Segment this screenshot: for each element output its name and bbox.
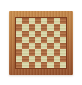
square-h1[interactable]: [60, 62, 66, 68]
photo-background: [0, 0, 82, 85]
chessboard: [9, 11, 73, 75]
playing-area: [15, 17, 67, 69]
